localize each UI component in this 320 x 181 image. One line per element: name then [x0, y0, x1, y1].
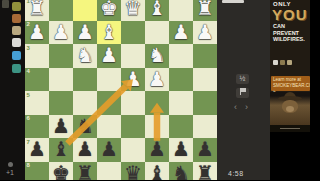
sponsor-logos — [273, 60, 292, 65]
black-pawn-f7[interactable]: ♟ — [73, 138, 97, 162]
white-rook-a1[interactable]: ♜ — [193, 0, 217, 21]
white-pawn-d4[interactable]: ♟ — [121, 68, 145, 92]
rank-label-5: 5 — [27, 92, 30, 98]
resign-button[interactable] — [236, 88, 249, 98]
square-d7[interactable] — [121, 138, 145, 162]
player-bar-partial — [222, 0, 244, 3]
square-c6[interactable] — [145, 115, 169, 139]
square-e4[interactable] — [97, 68, 121, 92]
rank-label-6: 6 — [27, 115, 30, 121]
tool-icon-6[interactable] — [12, 64, 21, 73]
tool-icon-1[interactable] — [12, 2, 21, 11]
ad-learn-more-link[interactable]: Learn more at SMOKEYBEAR.COM » — [271, 76, 310, 91]
black-queen-d8[interactable]: ♛ — [121, 162, 145, 181]
square-f4[interactable] — [73, 68, 97, 92]
white-bishop-e2[interactable]: ♝ — [97, 21, 121, 45]
ad-text-you: YOU — [272, 6, 310, 23]
ad-learn-line1: Learn more at — [273, 77, 301, 82]
wildfire-ad[interactable]: ONLY YOU CAN PREVENT WILDFIRES. Learn mo… — [270, 0, 310, 132]
black-pawn-e7[interactable]: ♟ — [97, 138, 121, 162]
square-b6[interactable] — [169, 115, 193, 139]
smokey-bear-photo — [270, 92, 310, 125]
tool-icon-3[interactable] — [12, 26, 21, 35]
black-king-g8[interactable]: ♚ — [49, 162, 73, 181]
square-e5[interactable] — [97, 91, 121, 115]
forest-service-logo — [280, 60, 285, 65]
tool-icon-2[interactable] — [12, 14, 21, 23]
rank-label-1: 1 — [27, 0, 30, 4]
white-pawn-e3[interactable]: ♟ — [97, 44, 121, 68]
square-b1[interactable] — [169, 0, 193, 21]
ad-caption-strip — [270, 125, 310, 132]
ad-text-wildfires: WILDFIRES. — [273, 36, 310, 43]
rank-label-2: 2 — [27, 21, 30, 27]
draw-offer-button[interactable]: ½ — [236, 74, 249, 84]
square-b4[interactable] — [169, 68, 193, 92]
forward-button[interactable]: › — [241, 102, 252, 112]
partial-icon — [2, 0, 9, 8]
back-button[interactable]: ‹ — [230, 102, 241, 112]
clock-display: 4:58 — [228, 170, 244, 177]
white-queen-d1[interactable]: ♛ — [121, 0, 145, 21]
black-pawn-g6[interactable]: ♟ — [49, 115, 73, 139]
resign-flag-icon — [240, 88, 246, 95]
ad-council-logo — [273, 60, 278, 65]
square-d2[interactable] — [121, 21, 145, 45]
black-bishop-c8[interactable]: ♝ — [145, 162, 169, 181]
rank-label-3: 3 — [27, 45, 30, 51]
black-rook-a8[interactable]: ♜ — [193, 162, 217, 181]
white-bishop-c1[interactable]: ♝ — [145, 0, 169, 21]
white-pawn-b2[interactable]: ♟ — [169, 21, 193, 45]
move-navigation: ‹› — [230, 102, 258, 112]
black-pawn-a7[interactable]: ♟ — [193, 138, 217, 162]
tool-icon-4[interactable] — [12, 38, 21, 47]
white-knight-c3[interactable]: ♞ — [145, 44, 169, 68]
square-b3[interactable] — [169, 44, 193, 68]
game-controls-panel: ½ ‹› 4:58 — [217, 0, 270, 180]
square-d6[interactable] — [121, 115, 145, 139]
square-f5[interactable] — [73, 91, 97, 115]
left-toolbar: +1 — [0, 0, 25, 180]
state-foresters-logo — [287, 60, 292, 65]
white-knight-f3[interactable]: ♞ — [73, 44, 97, 68]
rank-label-8: 8 — [27, 162, 30, 168]
white-pawn-g2[interactable]: ♟ — [49, 21, 73, 45]
white-pawn-f2[interactable]: ♟ — [73, 21, 97, 45]
square-c2[interactable] — [145, 21, 169, 45]
square-g5[interactable] — [49, 91, 73, 115]
white-pawn-a2[interactable]: ♟ — [193, 21, 217, 45]
rank-label-4: 4 — [27, 68, 30, 74]
square-c5[interactable] — [145, 91, 169, 115]
tool-icon-5[interactable] — [12, 51, 21, 60]
square-a5[interactable] — [193, 91, 217, 115]
black-bishop-g7[interactable]: ♝ — [49, 138, 73, 162]
black-pawn-c7[interactable]: ♟ — [145, 138, 169, 162]
chess-board[interactable]: ♜♝♛♚♜1♟♟♝♟♟♟2♞♟♞3♟♟45♞♟6♟♟♟♟♟♝♟7♜♞♝♛♜♚8 — [25, 0, 217, 180]
white-king-e1[interactable]: ♚ — [97, 0, 121, 21]
square-e6[interactable] — [97, 115, 121, 139]
square-d3[interactable] — [121, 44, 145, 68]
square-e8[interactable] — [97, 162, 121, 181]
black-pawn-b7[interactable]: ♟ — [169, 138, 193, 162]
square-a6[interactable] — [193, 115, 217, 139]
square-a4[interactable] — [193, 68, 217, 92]
black-rook-f8[interactable]: ♜ — [73, 162, 97, 181]
square-a3[interactable] — [193, 44, 217, 68]
app-window: +1 ♜♝♛♚♜1♟♟♝♟♟♟2♞♟♞3♟♟45♞♟6♟♟♟♟♟♝♟7♜♞♝♛♜… — [0, 0, 320, 180]
bullet-icon — [8, 162, 13, 167]
black-knight-b8[interactable]: ♞ — [169, 162, 193, 181]
rank-label-7: 7 — [27, 139, 30, 145]
white-pawn-c4[interactable]: ♟ — [145, 68, 169, 92]
square-b5[interactable] — [169, 91, 193, 115]
square-g1[interactable] — [49, 0, 73, 21]
smokey-muzzle — [286, 106, 294, 112]
square-f1[interactable] — [73, 0, 97, 21]
square-g4[interactable] — [49, 68, 73, 92]
square-d5[interactable] — [121, 91, 145, 115]
square-g3[interactable] — [49, 44, 73, 68]
black-knight-f6[interactable]: ♞ — [73, 115, 97, 139]
plus-one-label: +1 — [6, 169, 14, 176]
